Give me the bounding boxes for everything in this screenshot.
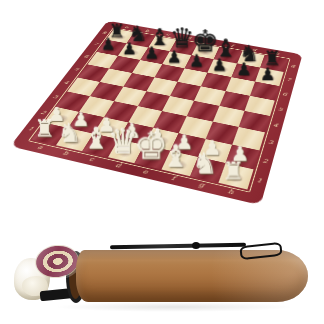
piece-white-king-e1: ♚ [134, 127, 163, 165]
coordinate-rank-5: 5 [273, 101, 287, 118]
piece-white-bishop-f1: ♝ [162, 141, 191, 171]
square-d4 [138, 91, 170, 111]
bag-strap [110, 243, 246, 249]
chessboard: abcdefgh abcdefgh 87654321 87654321 ♜♞♝♛… [10, 21, 302, 206]
square-g4 [212, 106, 244, 127]
piece-white-knight-b1: ♞ [56, 120, 84, 147]
piece-white-bishop-c1: ♝ [81, 124, 109, 153]
piece-black-pawn-f7: ♟ [208, 56, 232, 73]
coordinate-rank-2: 2 [257, 151, 273, 172]
piece-black-pawn-b7: ♟ [118, 40, 141, 57]
coordinate-rank-6: 6 [278, 86, 291, 102]
piece-black-pawn-g7: ♟ [231, 61, 255, 78]
square-e5 [170, 82, 201, 101]
piece-white-queen-d1: ♛ [108, 125, 137, 159]
rolled-chessboard [34, 244, 79, 280]
piece-black-pawn-d7: ♟ [162, 48, 186, 65]
square-h1: ♜ [218, 163, 253, 190]
board-grid: ♜♞♝♛♚♝♞♜♟♟♟♟♟♟♟♟♟♟♟♟♟♟♟♟♜♞♝♛♚♝♞♜ [31, 29, 287, 190]
coordinate-rank-1: 1 [251, 170, 267, 193]
bag-body [76, 250, 308, 302]
coordinate-rank-4: 4 [268, 117, 282, 136]
piece-black-pawn-c7: ♟ [140, 44, 163, 61]
piece-black-pawn-a7: ♟ [97, 36, 120, 52]
piece-black-pawn-e7: ♟ [185, 52, 209, 69]
bag-shadow [54, 302, 294, 312]
coordinate-rank-3: 3 [263, 133, 278, 153]
coordinate-rank-7: 7 [282, 73, 295, 88]
piece-white-knight-g1: ♞ [190, 150, 220, 178]
piece-white-rook-h1: ♜ [218, 160, 248, 185]
square-g5 [219, 91, 250, 111]
product-photo: abcdefgh abcdefgh 87654321 87654321 ♜♞♝♛… [0, 0, 324, 324]
piece-white-rook-a1: ♜ [31, 118, 59, 141]
piece-black-pawn-h7: ♟ [255, 65, 280, 82]
carry-bag [14, 242, 314, 314]
bag-strap-knob [192, 242, 200, 249]
square-h4 [238, 111, 270, 133]
